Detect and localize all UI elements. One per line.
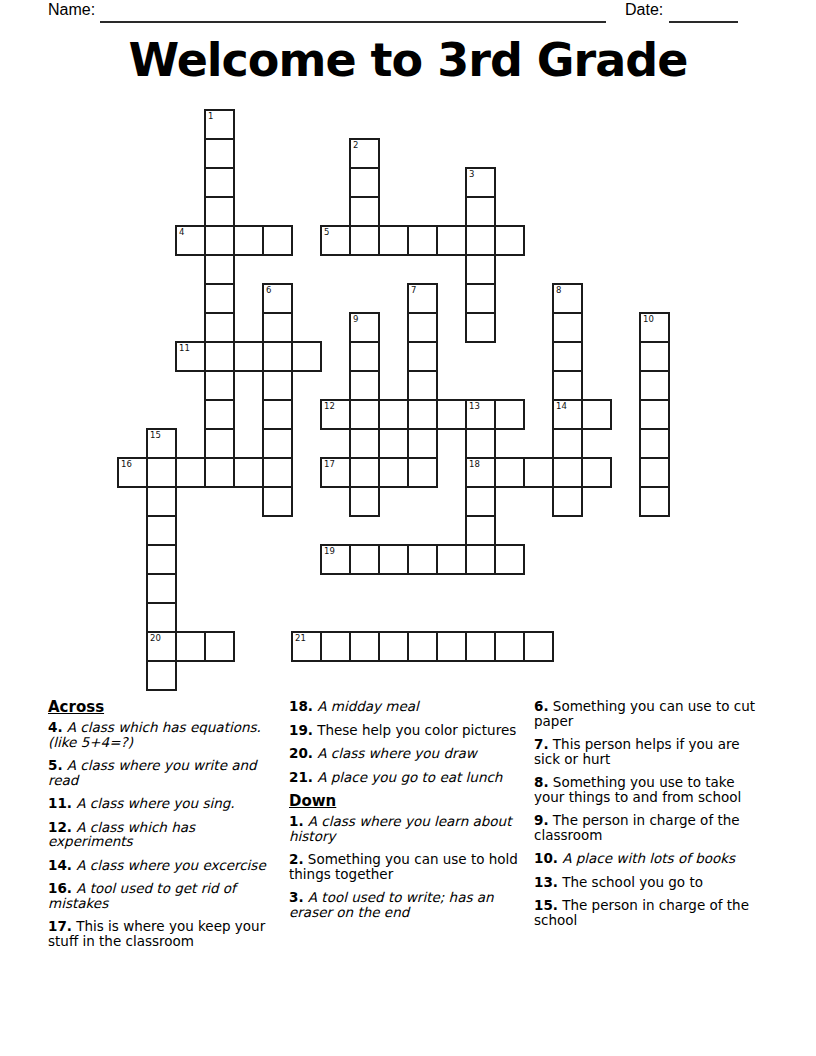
grid-cell-r10c16[interactable] (581, 399, 612, 430)
grid-cell-r10c5[interactable] (262, 399, 293, 430)
grid-cell-r12c1[interactable] (146, 457, 177, 488)
grid-cell-r12c14[interactable] (523, 457, 554, 488)
cell-number-10: 10 (643, 314, 654, 324)
grid-cell-r5c12[interactable] (465, 254, 496, 285)
grid-cell-r12c3[interactable] (204, 457, 235, 488)
clue-2: 2. Something you can use to hold things … (289, 852, 521, 881)
clue-5: 5. A class where you write and read (48, 758, 276, 787)
grid-cell-r11c15[interactable] (552, 428, 583, 459)
grid-cell-r7c15[interactable] (552, 312, 583, 343)
cell-number-2: 2 (353, 140, 358, 150)
grid-cell-r4c13[interactable] (494, 225, 525, 256)
grid-cell-r13c5[interactable] (262, 486, 293, 517)
clue-text-15: The person in charge of the school (534, 897, 749, 928)
clue-text-11: A class where you sing. (72, 795, 235, 811)
grid-cell-r11c8[interactable] (349, 428, 380, 459)
clue-12: 12. A class which has experiments (48, 820, 276, 849)
grid-cell-r12c15[interactable] (552, 457, 583, 488)
clue-4: 4. A class which has equations. (like 5+… (48, 720, 276, 749)
grid-cell-r15c10[interactable] (407, 544, 438, 575)
clue-16: 16. A tool used to get rid of mistakes (48, 881, 276, 910)
cell-number-4: 4 (179, 227, 184, 237)
cell-number-11: 11 (179, 343, 190, 353)
grid-cell-r18c14[interactable] (523, 631, 554, 662)
date-field-line[interactable] (669, 1, 738, 23)
clue-21: 21. A place you go to eat lunch (289, 770, 521, 785)
grid-cell-r8c4[interactable] (233, 341, 264, 372)
grid-cell-r8c6[interactable] (291, 341, 322, 372)
clue-text-10: A place with lots of books (558, 850, 735, 866)
grid-cell-r19c1[interactable] (146, 660, 177, 691)
grid-cell-r8c3[interactable] (204, 341, 235, 372)
grid-cell-r12c10[interactable] (407, 457, 438, 488)
grid-cell-r4c9[interactable] (378, 225, 409, 256)
grid-cell-r18c1[interactable]: 20 (146, 631, 177, 662)
grid-cell-r14c1[interactable] (146, 515, 177, 546)
grid-cell-r6c5[interactable]: 6 (262, 283, 293, 314)
grid-cell-r15c1[interactable] (146, 544, 177, 575)
clue-text-20: A class where you draw (313, 745, 477, 761)
grid-cell-r11c3[interactable] (204, 428, 235, 459)
grid-cell-r6c15[interactable]: 8 (552, 283, 583, 314)
grid-cell-r4c12[interactable] (465, 225, 496, 256)
grid-cell-r9c18[interactable] (639, 370, 670, 401)
clue-13: 13. The school you go to (534, 875, 764, 890)
clue-10: 10. A place with lots of books (534, 851, 764, 866)
clue-1: 1. A class where you learn about history (289, 814, 521, 843)
clue-column-right: 6. Something you can use to cut paper7. … (534, 699, 764, 936)
grid-cell-r18c9[interactable] (378, 631, 409, 662)
grid-cell-r12c12[interactable]: 18 (465, 457, 496, 488)
grid-cell-r18c3[interactable] (204, 631, 235, 662)
grid-cell-r7c12[interactable] (465, 312, 496, 343)
grid-cell-r15c8[interactable] (349, 544, 380, 575)
cell-number-7: 7 (411, 285, 416, 295)
grid-cell-r12c8[interactable] (349, 457, 380, 488)
grid-cell-r9c10[interactable] (407, 370, 438, 401)
grid-cell-r0c3[interactable]: 1 (204, 109, 235, 140)
clue-number-label-18: 18. (289, 698, 313, 714)
grid-cell-r1c3[interactable] (204, 138, 235, 169)
clue-11: 11. A class where you sing. (48, 796, 276, 811)
clue-14: 14. A class where you excercise (48, 858, 276, 873)
cell-number-8: 8 (556, 285, 561, 295)
grid-cell-r11c18[interactable] (639, 428, 670, 459)
clue-3: 3. A tool used to write; has an eraser o… (289, 890, 521, 919)
grid-cell-r18c10[interactable] (407, 631, 438, 662)
grid-cell-r7c3[interactable] (204, 312, 235, 343)
clue-text-1: A class where you learn about history (289, 813, 511, 844)
grid-cell-r16c1[interactable] (146, 573, 177, 604)
grid-cell-r12c2[interactable] (175, 457, 206, 488)
grid-cell-r9c8[interactable] (349, 370, 380, 401)
grid-cell-r14c12[interactable] (465, 515, 496, 546)
grid-cell-r7c5[interactable] (262, 312, 293, 343)
grid-cell-r7c18[interactable]: 10 (639, 312, 670, 343)
clue-6: 6. Something you can use to cut paper (534, 699, 764, 728)
grid-cell-r4c10[interactable] (407, 225, 438, 256)
grid-cell-r13c15[interactable] (552, 486, 583, 517)
clue-text-17: This is where you keep your stuff in the… (48, 918, 265, 949)
cell-number-16: 16 (121, 459, 132, 469)
grid-cell-r10c18[interactable] (639, 399, 670, 430)
cell-number-13: 13 (469, 401, 480, 411)
grid-cell-r4c7[interactable]: 5 (320, 225, 351, 256)
grid-cell-r11c10[interactable] (407, 428, 438, 459)
grid-cell-r15c12[interactable] (465, 544, 496, 575)
grid-cell-r4c2[interactable]: 4 (175, 225, 206, 256)
clue-19: 19. These help you color pictures (289, 723, 521, 738)
clue-number-label-11: 11. (48, 795, 72, 811)
cell-number-20: 20 (150, 633, 161, 643)
grid-cell-r11c5[interactable] (262, 428, 293, 459)
grid-cell-r18c7[interactable] (320, 631, 351, 662)
cell-number-18: 18 (469, 459, 480, 469)
cell-number-17: 17 (324, 459, 335, 469)
clue-text-21: A place you go to eat lunch (313, 769, 503, 785)
grid-cell-r12c5[interactable] (262, 457, 293, 488)
clue-18: 18. A midday meal (289, 699, 521, 714)
grid-cell-r6c3[interactable] (204, 283, 235, 314)
grid-cell-r15c13[interactable] (494, 544, 525, 575)
grid-cell-r15c11[interactable] (436, 544, 467, 575)
page-title: Welcome to 3rd Grade (0, 33, 816, 87)
grid-cell-r18c8[interactable] (349, 631, 380, 662)
grid-cell-r5c3[interactable] (204, 254, 235, 285)
grid-cell-r2c12[interactable]: 3 (465, 167, 496, 198)
grid-cell-r12c18[interactable] (639, 457, 670, 488)
clue-9: 9. The person in charge of the classroom (534, 813, 764, 842)
cell-number-15: 15 (150, 430, 161, 440)
cell-number-3: 3 (469, 169, 474, 179)
clue-20: 20. A class where you draw (289, 746, 521, 761)
name-field-line[interactable] (100, 1, 606, 23)
grid-cell-r12c7[interactable]: 17 (320, 457, 351, 488)
grid-cell-r10c10[interactable] (407, 399, 438, 430)
cell-number-9: 9 (353, 314, 358, 324)
grid-cell-r18c13[interactable] (494, 631, 525, 662)
cell-number-5: 5 (324, 227, 329, 237)
grid-cell-r10c13[interactable] (494, 399, 525, 430)
clue-text-18: A midday meal (313, 698, 419, 714)
grid-cell-r3c8[interactable] (349, 196, 380, 227)
grid-cell-r8c8[interactable] (349, 341, 380, 372)
cell-number-21: 21 (295, 633, 306, 643)
grid-cell-r7c10[interactable] (407, 312, 438, 343)
clue-text-2: Something you can use to hold things tog… (289, 851, 518, 882)
grid-cell-r12c9[interactable] (378, 457, 409, 488)
grid-cell-r8c15[interactable] (552, 341, 583, 372)
cell-number-14: 14 (556, 401, 567, 411)
grid-cell-r3c12[interactable] (465, 196, 496, 227)
cell-number-6: 6 (266, 285, 271, 295)
grid-cell-r18c11[interactable] (436, 631, 467, 662)
grid-cell-r8c5[interactable] (262, 341, 293, 372)
clue-text-16: A tool used to get rid of mistakes (48, 880, 236, 911)
clue-section-header-across: Across (48, 699, 276, 715)
grid-cell-r4c4[interactable] (233, 225, 264, 256)
grid-cell-r13c1[interactable] (146, 486, 177, 517)
grid-cell-r9c3[interactable] (204, 370, 235, 401)
clue-text-4: A class which has equations. (like 5+4=?… (48, 719, 261, 750)
grid-cell-r8c10[interactable] (407, 341, 438, 372)
clue-column-middle: 18. A midday meal19. These help you colo… (289, 699, 521, 928)
clue-text-3: A tool used to write; has an eraser on t… (289, 889, 494, 920)
grid-cell-r4c5[interactable] (262, 225, 293, 256)
clue-number-label-19: 19. (289, 722, 313, 738)
grid-cell-r18c2[interactable] (175, 631, 206, 662)
clue-text-6: Something you can use to cut paper (534, 698, 755, 729)
grid-cell-r6c12[interactable] (465, 283, 496, 314)
grid-cell-r10c8[interactable] (349, 399, 380, 430)
grid-cell-r15c7[interactable]: 19 (320, 544, 351, 575)
grid-cell-r17c1[interactable] (146, 602, 177, 633)
grid-cell-r2c8[interactable] (349, 167, 380, 198)
clue-number-label-10: 10. (534, 850, 558, 866)
clue-text-5: A class where you write and read (48, 757, 257, 788)
clue-17: 17. This is where you keep your stuff in… (48, 919, 276, 948)
clue-7: 7. This person helps if you are sick or … (534, 737, 764, 766)
grid-cell-r10c12[interactable]: 13 (465, 399, 496, 430)
grid-cell-r12c16[interactable] (581, 457, 612, 488)
grid-cell-r15c9[interactable] (378, 544, 409, 575)
grid-cell-r13c8[interactable] (349, 486, 380, 517)
clue-text-19: These help you color pictures (313, 722, 516, 738)
grid-cell-r18c6[interactable]: 21 (291, 631, 322, 662)
grid-cell-r11c1[interactable]: 15 (146, 428, 177, 459)
clue-text-9: The person in charge of the classroom (534, 812, 740, 843)
date-label: Date: (625, 1, 663, 19)
crossword-grid: 123456789101112131415161718192021 (117, 109, 671, 692)
grid-cell-r10c7[interactable]: 12 (320, 399, 351, 430)
grid-cell-r12c13[interactable] (494, 457, 525, 488)
grid-cell-r10c9[interactable] (378, 399, 409, 430)
worksheet-page: { "game": "crossword", "title": "Welcome… (0, 0, 816, 1056)
grid-cell-r13c18[interactable] (639, 486, 670, 517)
grid-cell-r10c11[interactable] (436, 399, 467, 430)
clue-section-header-down: Down (289, 793, 521, 809)
grid-cell-r12c4[interactable] (233, 457, 264, 488)
grid-cell-r7c8[interactable]: 9 (349, 312, 380, 343)
grid-cell-r13c12[interactable] (465, 486, 496, 517)
clue-8: 8. Something you use to take your things… (534, 775, 764, 804)
name-label: Name: (48, 1, 95, 19)
clue-text-14: A class where you excercise (72, 857, 266, 873)
clue-text-13: The school you go to (558, 874, 703, 890)
grid-cell-r3c3[interactable] (204, 196, 235, 227)
grid-cell-r11c12[interactable] (465, 428, 496, 459)
grid-cell-r18c12[interactable] (465, 631, 496, 662)
grid-cell-r4c8[interactable] (349, 225, 380, 256)
grid-cell-r2c3[interactable] (204, 167, 235, 198)
grid-cell-r10c3[interactable] (204, 399, 235, 430)
clue-number-label-20: 20. (289, 745, 313, 761)
clue-15: 15. The person in charge of the school (534, 898, 764, 927)
clue-text-7: This person helps if you are sick or hur… (534, 736, 740, 767)
clue-number-label-14: 14. (48, 857, 72, 873)
clue-number-label-21: 21. (289, 769, 313, 785)
grid-cell-r8c2[interactable]: 11 (175, 341, 206, 372)
grid-cell-r6c10[interactable]: 7 (407, 283, 438, 314)
grid-cell-r4c3[interactable] (204, 225, 235, 256)
clue-column-left: Across4. A class which has equations. (l… (48, 699, 276, 957)
grid-cell-r9c5[interactable] (262, 370, 293, 401)
clue-number-label-13: 13. (534, 874, 558, 890)
cell-number-12: 12 (324, 401, 335, 411)
grid-cell-r8c18[interactable] (639, 341, 670, 372)
cell-number-1: 1 (208, 111, 213, 121)
grid-cell-r4c11[interactable] (436, 225, 467, 256)
cell-number-19: 19 (324, 546, 335, 556)
grid-cell-r10c15[interactable]: 14 (552, 399, 583, 430)
clue-text-8: Something you use to take your things to… (534, 774, 741, 805)
grid-cell-r1c8[interactable]: 2 (349, 138, 380, 169)
grid-cell-r9c15[interactable] (552, 370, 583, 401)
grid-cell-r12c0[interactable]: 16 (117, 457, 148, 488)
